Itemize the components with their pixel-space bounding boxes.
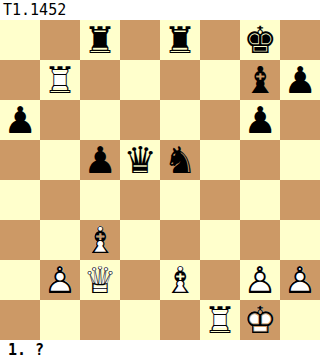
square-d6[interactable] xyxy=(120,100,160,140)
puzzle-title: T1.1452 xyxy=(0,0,320,20)
piece-outline: ♔ xyxy=(240,300,280,340)
piece-outline: ♙ xyxy=(40,260,80,300)
square-b5[interactable] xyxy=(40,140,80,180)
square-d3[interactable] xyxy=(120,220,160,260)
piece-body: ♜ xyxy=(80,20,120,60)
square-g3[interactable] xyxy=(240,220,280,260)
square-a1[interactable] xyxy=(0,300,40,340)
square-e8[interactable]: ♜ xyxy=(160,20,200,60)
square-b1[interactable] xyxy=(40,300,80,340)
square-c7[interactable] xyxy=(80,60,120,100)
black-queen[interactable]: ♛ xyxy=(120,140,160,180)
square-h3[interactable] xyxy=(280,220,320,260)
square-f6[interactable] xyxy=(200,100,240,140)
square-g5[interactable] xyxy=(240,140,280,180)
square-e6[interactable] xyxy=(160,100,200,140)
square-f8[interactable] xyxy=(200,20,240,60)
square-h6[interactable] xyxy=(280,100,320,140)
square-h5[interactable] xyxy=(280,140,320,180)
square-g2[interactable]: ♟♙ xyxy=(240,260,280,300)
square-f7[interactable] xyxy=(200,60,240,100)
square-h2[interactable]: ♟♙ xyxy=(280,260,320,300)
square-e2[interactable]: ♝♗ xyxy=(160,260,200,300)
black-pawn[interactable]: ♟ xyxy=(0,100,40,140)
square-e5[interactable]: ♞ xyxy=(160,140,200,180)
piece-body: ♟ xyxy=(240,100,280,140)
white-king[interactable]: ♚♔ xyxy=(240,300,280,340)
square-d4[interactable] xyxy=(120,180,160,220)
move-prompt: 1. ? xyxy=(0,340,320,360)
square-g6[interactable]: ♟ xyxy=(240,100,280,140)
square-b7[interactable]: ♜♖ xyxy=(40,60,80,100)
square-a6[interactable]: ♟ xyxy=(0,100,40,140)
square-b8[interactable] xyxy=(40,20,80,60)
square-h4[interactable] xyxy=(280,180,320,220)
square-c3[interactable]: ♝♗ xyxy=(80,220,120,260)
square-g4[interactable] xyxy=(240,180,280,220)
piece-outline: ♙ xyxy=(240,260,280,300)
square-f4[interactable] xyxy=(200,180,240,220)
square-b4[interactable] xyxy=(40,180,80,220)
white-pawn[interactable]: ♟♙ xyxy=(240,260,280,300)
square-d8[interactable] xyxy=(120,20,160,60)
square-e1[interactable] xyxy=(160,300,200,340)
square-d5[interactable]: ♛ xyxy=(120,140,160,180)
square-b6[interactable] xyxy=(40,100,80,140)
piece-outline: ♕ xyxy=(80,260,120,300)
square-a2[interactable] xyxy=(0,260,40,300)
chess-puzzle-diagram: T1.1452 ♜♜♚♜♖♝♟♟♟♟♛♞♝♗♟♙♛♕♝♗♟♙♟♙♜♖♚♔ 1. … xyxy=(0,0,320,360)
piece-body: ♟ xyxy=(0,100,40,140)
square-c4[interactable] xyxy=(80,180,120,220)
square-e7[interactable] xyxy=(160,60,200,100)
piece-outline: ♙ xyxy=(280,260,320,300)
white-pawn[interactable]: ♟♙ xyxy=(40,260,80,300)
square-a4[interactable] xyxy=(0,180,40,220)
square-b2[interactable]: ♟♙ xyxy=(40,260,80,300)
piece-outline: ♖ xyxy=(200,300,240,340)
black-king[interactable]: ♚ xyxy=(240,20,280,60)
square-f3[interactable] xyxy=(200,220,240,260)
white-pawn[interactable]: ♟♙ xyxy=(280,260,320,300)
piece-body: ♝ xyxy=(240,60,280,100)
white-bishop[interactable]: ♝♗ xyxy=(160,260,200,300)
white-rook[interactable]: ♜♖ xyxy=(40,60,80,100)
piece-body: ♚ xyxy=(240,20,280,60)
square-b3[interactable] xyxy=(40,220,80,260)
square-h8[interactable] xyxy=(280,20,320,60)
black-pawn[interactable]: ♟ xyxy=(80,140,120,180)
piece-body: ♞ xyxy=(160,140,200,180)
chess-board: ♜♜♚♜♖♝♟♟♟♟♛♞♝♗♟♙♛♕♝♗♟♙♟♙♜♖♚♔ xyxy=(0,20,320,340)
square-d2[interactable] xyxy=(120,260,160,300)
square-g8[interactable]: ♚ xyxy=(240,20,280,60)
white-rook[interactable]: ♜♖ xyxy=(200,300,240,340)
white-queen[interactable]: ♛♕ xyxy=(80,260,120,300)
piece-outline: ♗ xyxy=(80,220,120,260)
square-c5[interactable]: ♟ xyxy=(80,140,120,180)
black-pawn[interactable]: ♟ xyxy=(280,60,320,100)
black-pawn[interactable]: ♟ xyxy=(240,100,280,140)
black-bishop[interactable]: ♝ xyxy=(240,60,280,100)
piece-outline: ♗ xyxy=(160,260,200,300)
square-d7[interactable] xyxy=(120,60,160,100)
square-e4[interactable] xyxy=(160,180,200,220)
square-e3[interactable] xyxy=(160,220,200,260)
piece-outline: ♖ xyxy=(40,60,80,100)
piece-body: ♜ xyxy=(160,20,200,60)
square-a3[interactable] xyxy=(0,220,40,260)
square-a8[interactable] xyxy=(0,20,40,60)
square-g7[interactable]: ♝ xyxy=(240,60,280,100)
black-rook[interactable]: ♜ xyxy=(80,20,120,60)
square-c8[interactable]: ♜ xyxy=(80,20,120,60)
square-f2[interactable] xyxy=(200,260,240,300)
square-f5[interactable] xyxy=(200,140,240,180)
piece-body: ♟ xyxy=(280,60,320,100)
square-c2[interactable]: ♛♕ xyxy=(80,260,120,300)
square-c1[interactable] xyxy=(80,300,120,340)
square-c6[interactable] xyxy=(80,100,120,140)
square-a5[interactable] xyxy=(0,140,40,180)
piece-body: ♛ xyxy=(120,140,160,180)
black-knight[interactable]: ♞ xyxy=(160,140,200,180)
white-bishop[interactable]: ♝♗ xyxy=(80,220,120,260)
black-rook[interactable]: ♜ xyxy=(160,20,200,60)
piece-body: ♟ xyxy=(80,140,120,180)
square-g1[interactable]: ♚♔ xyxy=(240,300,280,340)
square-h1[interactable] xyxy=(280,300,320,340)
square-f1[interactable]: ♜♖ xyxy=(200,300,240,340)
square-d1[interactable] xyxy=(120,300,160,340)
square-a7[interactable] xyxy=(0,60,40,100)
square-h7[interactable]: ♟ xyxy=(280,60,320,100)
